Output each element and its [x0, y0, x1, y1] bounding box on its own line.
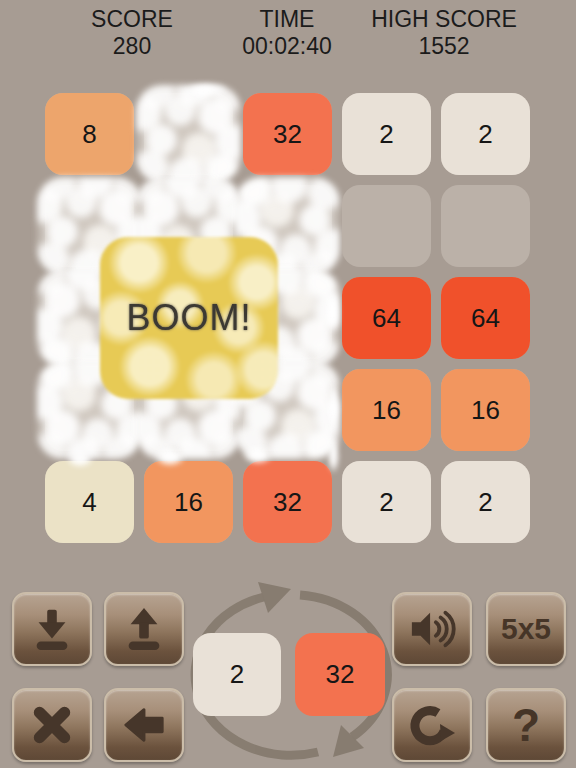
- boom-label: BOOM!: [126, 297, 251, 339]
- download-icon: [29, 606, 75, 652]
- save-button[interactable]: [12, 592, 92, 666]
- tile-4: 4: [45, 461, 134, 543]
- help-button[interactable]: ?: [486, 688, 566, 762]
- tile-16: 16: [441, 369, 530, 451]
- cell-r5c3: 32: [243, 461, 332, 543]
- tile-64: 64: [342, 277, 431, 359]
- cell-r2c4: [342, 185, 431, 267]
- tile-16: 16: [144, 461, 233, 543]
- preview-tile-right-value: 32: [326, 659, 355, 690]
- high-score-value: 1552: [371, 34, 517, 59]
- high-score-panel: HIGH SCORE 1552: [371, 7, 517, 59]
- tile-32: 32: [243, 461, 332, 543]
- score-value: 280: [91, 34, 173, 59]
- grid-size-label: 5x5: [501, 612, 551, 646]
- preview-tile-left: 2: [193, 633, 281, 716]
- cell-r4c4: 16: [342, 369, 431, 451]
- cell-r1c4: 2: [342, 93, 431, 175]
- undo-button[interactable]: [104, 688, 184, 762]
- refresh-icon: [408, 701, 456, 749]
- boom-blast-tile: BOOM!: [100, 237, 278, 399]
- tile-2: 2: [441, 461, 530, 543]
- upload-icon: [121, 606, 167, 652]
- time-value: 00:02:40: [242, 34, 332, 59]
- cell-r5c4: 2: [342, 461, 431, 543]
- cell-r3c5: 64: [441, 277, 530, 359]
- cell-r5c1: 4: [45, 461, 134, 543]
- smoke-puff: [184, 82, 228, 98]
- restart-button[interactable]: [392, 688, 472, 762]
- cell-r1c5: 2: [441, 93, 530, 175]
- arrow-left-icon: [121, 702, 167, 748]
- smoke-puff: [242, 445, 274, 465]
- load-button[interactable]: [104, 592, 184, 666]
- tile-2: 2: [441, 93, 530, 175]
- grid-size-button[interactable]: 5x5: [486, 592, 566, 666]
- smoke-puff: [154, 447, 186, 467]
- help-label: ?: [512, 698, 540, 752]
- time-label: TIME: [242, 7, 332, 32]
- smoke-puff: [66, 450, 94, 468]
- tile-64: 64: [441, 277, 530, 359]
- cell-r3c4: 64: [342, 277, 431, 359]
- cell-r2c5: [441, 185, 530, 267]
- score-label: SCORE: [91, 7, 173, 32]
- cell-r1c2: [144, 93, 233, 175]
- preview-tile-right: 32: [295, 633, 385, 716]
- tile-8: 8: [45, 93, 134, 175]
- smoke-puff: [325, 290, 340, 334]
- cell-r1c1: 8: [45, 93, 134, 175]
- smoke-puff: [327, 438, 340, 474]
- cell-r4c5: 16: [441, 369, 530, 451]
- smoke-puff: [327, 378, 340, 430]
- tile-2: 2: [342, 93, 431, 175]
- tile-2: 2: [342, 461, 431, 543]
- game-screen: SCORE 280 TIME 00:02:40 HIGH SCORE 1552 …: [0, 0, 576, 768]
- preview-tile-left-value: 2: [230, 659, 244, 690]
- tile-32: 32: [243, 93, 332, 175]
- close-button[interactable]: [12, 688, 92, 762]
- cell-r5c5: 2: [441, 461, 530, 543]
- score-panel: SCORE 280: [91, 7, 173, 59]
- time-panel: TIME 00:02:40: [242, 7, 332, 59]
- cell-r1c3: 32: [243, 93, 332, 175]
- sound-button[interactable]: [392, 592, 472, 666]
- x-icon: [29, 702, 75, 748]
- cell-r5c2: 16: [144, 461, 233, 543]
- board[interactable]: 83222646416164163222 BOOM!: [45, 93, 530, 543]
- tile-16: 16: [342, 369, 431, 451]
- high-score-label: HIGH SCORE: [371, 7, 517, 32]
- speaker-volume-icon: [408, 606, 456, 652]
- smoke-cloud: [144, 93, 233, 175]
